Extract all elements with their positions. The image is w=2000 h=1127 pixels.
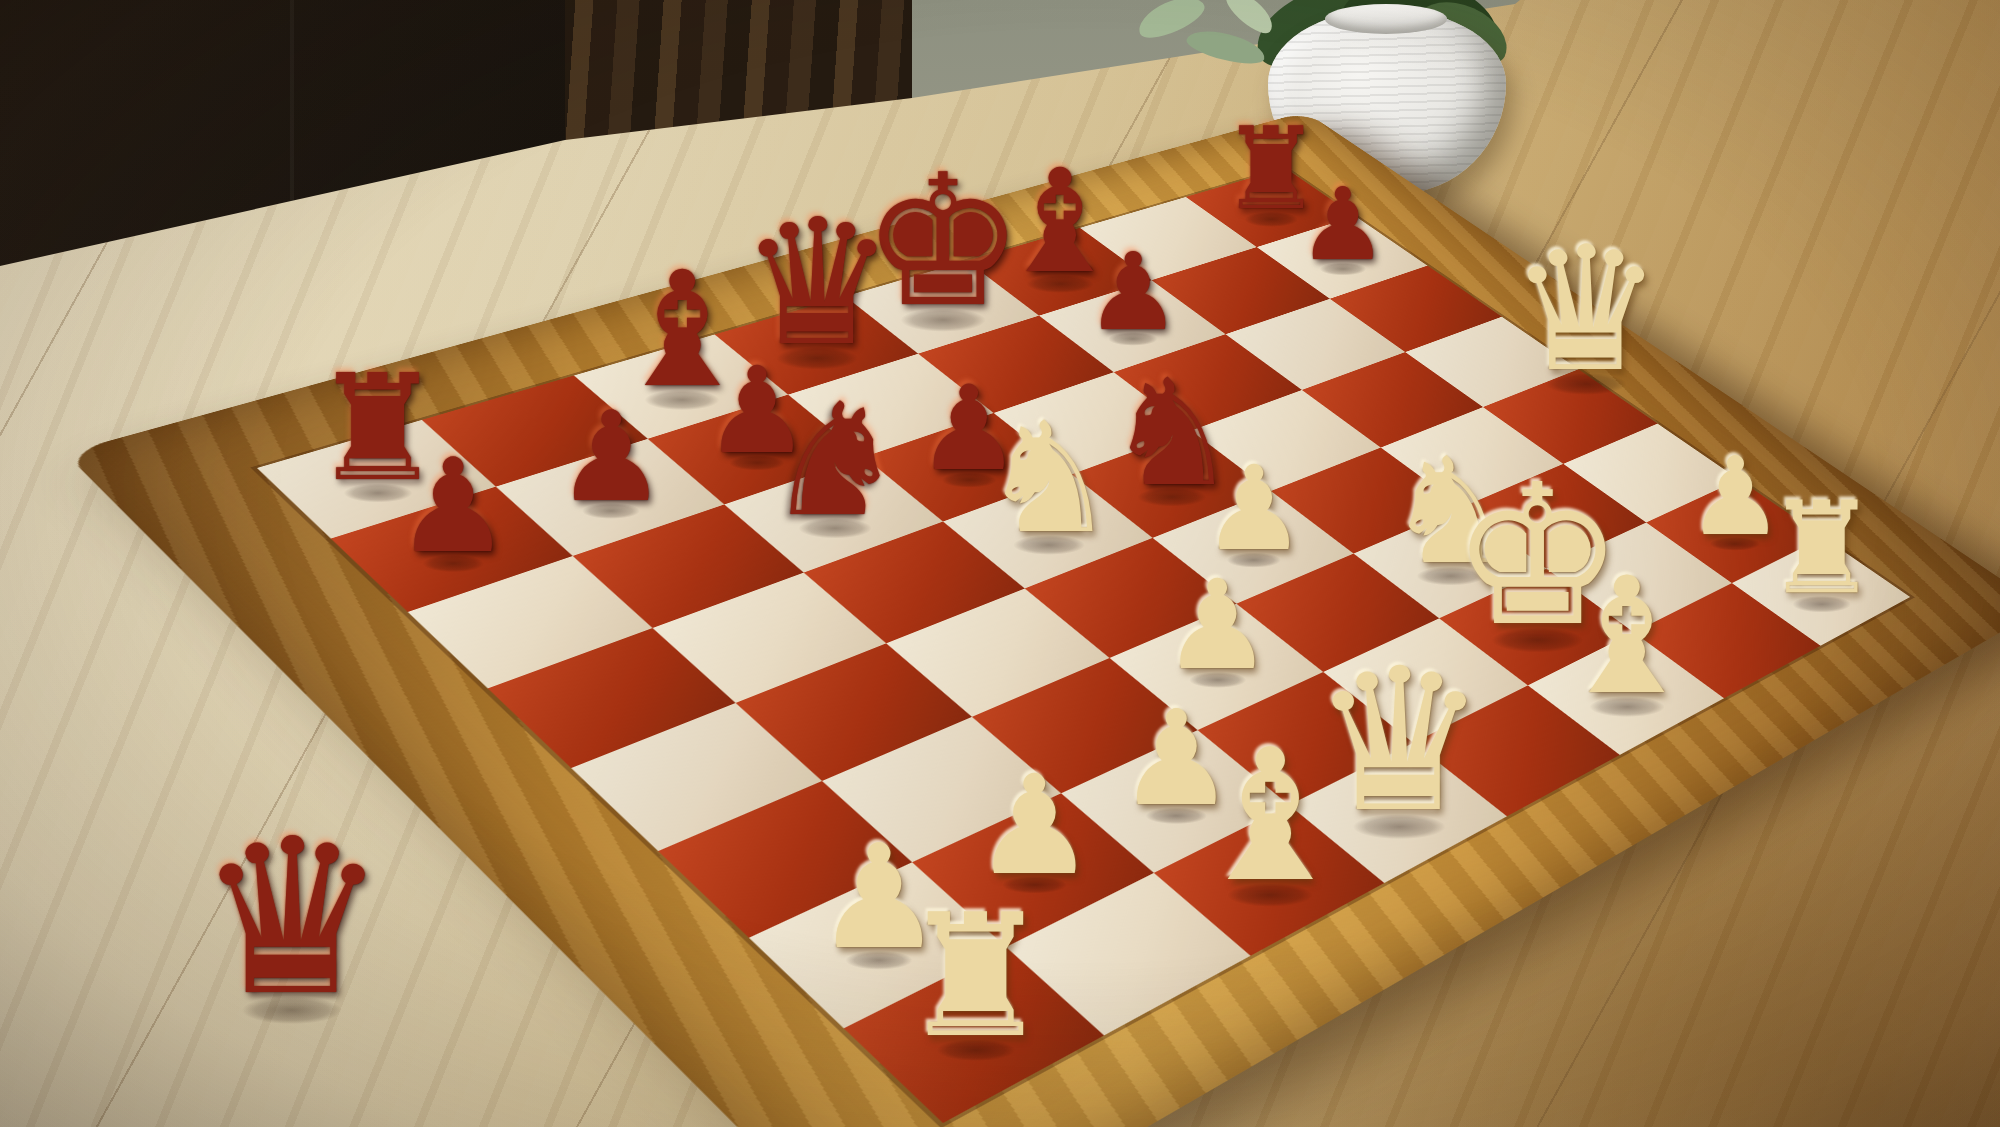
photo-scene: ♜♝♛♚♝♜♟♟♟♟♟♞♟♞♞♟♟♞♟♟♟♚♟♜♝♛♝♜♛♛ (0, 0, 2000, 1127)
piece-white-rook: ♜ (900, 892, 1052, 1062)
piece-white-knight: ♞ (980, 402, 1117, 555)
piece-white-bishop: ♝ (1555, 557, 1699, 718)
piece-black-queen: ♛ (196, 810, 389, 1025)
piece-white-queen: ♛ (1509, 224, 1663, 396)
piece-white-pawn: ♟ (1202, 451, 1307, 568)
piece-black-knight: ♞ (765, 383, 905, 539)
piece-white-pawn: ♟ (1162, 565, 1273, 689)
piece-black-pawn: ♟ (1085, 238, 1181, 345)
piece-white-bishop: ♝ (1189, 725, 1352, 907)
vase-rim (1325, 4, 1447, 34)
piece-black-pawn: ♟ (1298, 175, 1388, 275)
piece-black-pawn: ♟ (556, 395, 668, 519)
piece-white-rook: ♜ (1765, 485, 1879, 612)
piece-black-pawn: ♟ (395, 442, 511, 572)
piece-white-pawn: ♟ (973, 756, 1096, 893)
